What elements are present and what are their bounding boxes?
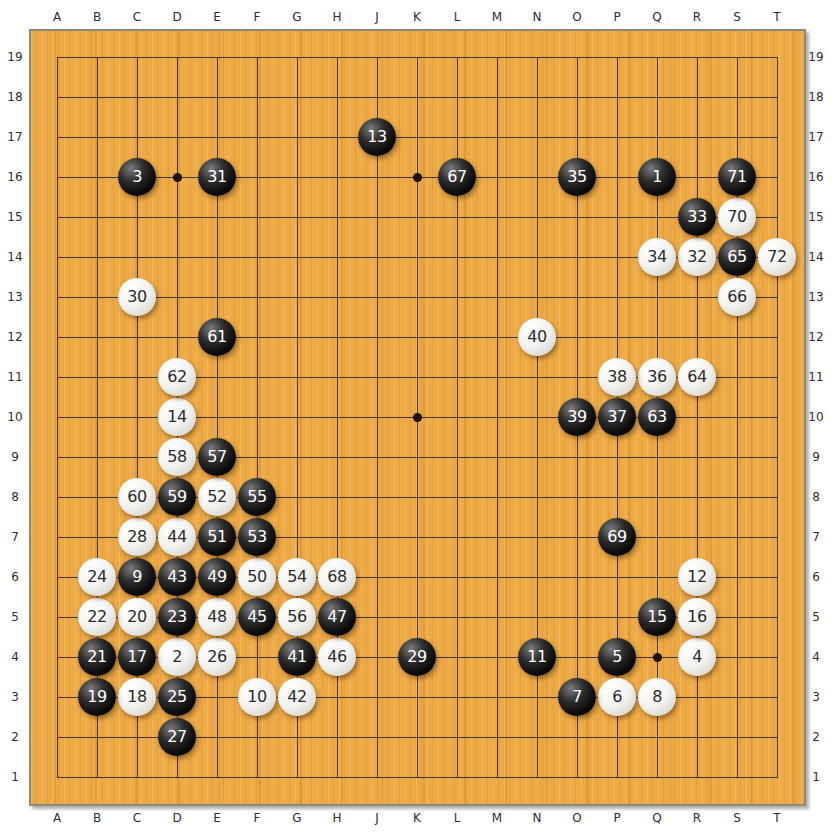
stone-black-B3: 19 — [78, 678, 116, 716]
stone-number: 17 — [127, 649, 146, 665]
coord-label-left-19: 19 — [1, 49, 29, 65]
stone-black-P7: 69 — [598, 518, 636, 556]
coord-label-right-15: 15 — [802, 209, 830, 225]
stone-black-E9: 57 — [198, 438, 236, 476]
stone-number: 61 — [207, 329, 226, 345]
coord-label-bottom-S: S — [725, 810, 749, 826]
stone-number: 13 — [367, 129, 386, 145]
stone-number: 16 — [687, 609, 706, 625]
stone-black-L16: 67 — [438, 158, 476, 196]
coord-label-bottom-G: G — [285, 810, 309, 826]
coord-label-bottom-O: O — [565, 810, 589, 826]
stone-white-F6: 50 — [238, 558, 276, 596]
stone-number: 51 — [207, 529, 226, 545]
stone-number: 68 — [327, 569, 346, 585]
stone-number: 6 — [612, 689, 622, 705]
coord-label-bottom-F: F — [245, 810, 269, 826]
coord-label-left-4: 4 — [1, 649, 29, 665]
coord-label-right-19: 19 — [802, 49, 830, 65]
stone-white-B6: 24 — [78, 558, 116, 596]
stone-number: 31 — [207, 169, 226, 185]
stone-number: 67 — [447, 169, 466, 185]
coord-label-top-L: L — [445, 9, 469, 25]
stone-number: 9 — [132, 569, 142, 585]
stone-number: 55 — [247, 489, 266, 505]
coord-label-top-F: F — [245, 9, 269, 25]
coord-label-left-1: 1 — [1, 769, 29, 785]
stone-white-C3: 18 — [118, 678, 156, 716]
coord-label-top-B: B — [85, 9, 109, 25]
stone-number: 63 — [647, 409, 666, 425]
page: 1234567891011121314151617181920212223242… — [0, 0, 835, 835]
coord-label-bottom-E: E — [205, 810, 229, 826]
stone-white-R11: 64 — [678, 358, 716, 396]
coord-label-top-E: E — [205, 9, 229, 25]
stone-number: 46 — [327, 649, 346, 665]
coord-label-top-D: D — [165, 9, 189, 25]
stone-number: 60 — [127, 489, 146, 505]
stone-number: 49 — [207, 569, 226, 585]
stone-number: 32 — [687, 249, 706, 265]
coord-label-left-13: 13 — [1, 289, 29, 305]
coord-label-top-J: J — [365, 9, 389, 25]
stone-number: 36 — [647, 369, 666, 385]
stone-white-H6: 68 — [318, 558, 356, 596]
stone-number: 62 — [167, 369, 186, 385]
stone-black-F7: 53 — [238, 518, 276, 556]
coord-label-left-9: 9 — [1, 449, 29, 465]
stone-black-F5: 45 — [238, 598, 276, 636]
stone-black-N4: 11 — [518, 638, 556, 676]
coord-label-top-A: A — [45, 9, 69, 25]
stone-black-K4: 29 — [398, 638, 436, 676]
stone-number: 10 — [247, 689, 266, 705]
stone-white-F3: 10 — [238, 678, 276, 716]
coord-label-top-N: N — [525, 9, 549, 25]
stone-white-G5: 56 — [278, 598, 316, 636]
coord-label-bottom-H: H — [325, 810, 349, 826]
stone-black-D6: 43 — [158, 558, 196, 596]
stone-white-D4: 2 — [158, 638, 196, 676]
stone-number: 34 — [647, 249, 666, 265]
stone-white-S15: 70 — [718, 198, 756, 236]
stone-number: 21 — [87, 649, 106, 665]
stone-number: 7 — [572, 689, 582, 705]
coord-label-top-T: T — [765, 9, 789, 25]
stone-black-B4: 21 — [78, 638, 116, 676]
coord-label-right-11: 11 — [802, 369, 830, 385]
coord-label-left-5: 5 — [1, 609, 29, 625]
stone-number: 28 — [127, 529, 146, 545]
coord-label-top-K: K — [405, 9, 429, 25]
stone-black-H5: 47 — [318, 598, 356, 636]
coord-label-right-1: 1 — [802, 769, 830, 785]
stone-black-D8: 59 — [158, 478, 196, 516]
stone-number: 20 — [127, 609, 146, 625]
coord-label-left-16: 16 — [1, 169, 29, 185]
coord-label-right-2: 2 — [802, 729, 830, 745]
coord-label-bottom-Q: Q — [645, 810, 669, 826]
stone-black-Q16: 1 — [638, 158, 676, 196]
stone-white-G6: 54 — [278, 558, 316, 596]
stone-white-C13: 30 — [118, 278, 156, 316]
stone-white-C5: 20 — [118, 598, 156, 636]
stone-number: 29 — [407, 649, 426, 665]
stone-number: 50 — [247, 569, 266, 585]
stone-number: 15 — [647, 609, 666, 625]
stone-number: 1 — [652, 169, 662, 185]
coord-label-top-S: S — [725, 9, 749, 25]
coord-label-left-7: 7 — [1, 529, 29, 545]
stone-number: 65 — [727, 249, 746, 265]
coord-label-bottom-D: D — [165, 810, 189, 826]
coord-label-right-16: 16 — [802, 169, 830, 185]
coord-label-bottom-C: C — [125, 810, 149, 826]
coord-label-right-3: 3 — [802, 689, 830, 705]
stone-number: 38 — [607, 369, 626, 385]
coord-label-bottom-T: T — [765, 810, 789, 826]
stone-black-Q10: 63 — [638, 398, 676, 436]
stone-white-S13: 66 — [718, 278, 756, 316]
stone-number: 58 — [167, 449, 186, 465]
stone-number: 56 — [287, 609, 306, 625]
coord-label-top-C: C — [125, 9, 149, 25]
stone-number: 2 — [172, 649, 182, 665]
stone-number: 14 — [167, 409, 186, 425]
stone-white-E5: 48 — [198, 598, 236, 636]
stone-number: 41 — [287, 649, 306, 665]
coord-label-left-2: 2 — [1, 729, 29, 745]
stone-black-J17: 13 — [358, 118, 396, 156]
stone-black-E12: 61 — [198, 318, 236, 356]
stone-white-H4: 46 — [318, 638, 356, 676]
coord-label-left-11: 11 — [1, 369, 29, 385]
coord-label-left-17: 17 — [1, 129, 29, 145]
stone-number: 23 — [167, 609, 186, 625]
stone-black-C6: 9 — [118, 558, 156, 596]
coord-label-left-18: 18 — [1, 89, 29, 105]
stone-number: 66 — [727, 289, 746, 305]
coord-label-right-12: 12 — [802, 329, 830, 345]
coord-label-right-4: 4 — [802, 649, 830, 665]
stone-number: 70 — [727, 209, 746, 225]
coord-label-bottom-N: N — [525, 810, 549, 826]
coord-label-bottom-P: P — [605, 810, 629, 826]
coord-label-right-8: 8 — [802, 489, 830, 505]
coord-label-bottom-L: L — [445, 810, 469, 826]
stone-black-S16: 71 — [718, 158, 756, 196]
stone-black-S14: 65 — [718, 238, 756, 276]
stone-number: 47 — [327, 609, 346, 625]
stone-number: 35 — [567, 169, 586, 185]
stone-number: 71 — [727, 169, 746, 185]
go-board: 1234567891011121314151617181920212223242… — [29, 29, 806, 806]
stone-number: 69 — [607, 529, 626, 545]
stone-black-D3: 25 — [158, 678, 196, 716]
coord-label-right-5: 5 — [802, 609, 830, 625]
stone-number: 18 — [127, 689, 146, 705]
stone-black-E7: 51 — [198, 518, 236, 556]
stone-number: 54 — [287, 569, 306, 585]
coord-label-bottom-A: A — [45, 810, 69, 826]
stone-black-E6: 49 — [198, 558, 236, 596]
coord-label-bottom-B: B — [85, 810, 109, 826]
stone-white-R14: 32 — [678, 238, 716, 276]
stone-white-D11: 62 — [158, 358, 196, 396]
stone-white-B5: 22 — [78, 598, 116, 636]
stone-white-D9: 58 — [158, 438, 196, 476]
coord-label-bottom-M: M — [485, 810, 509, 826]
stone-black-Q5: 15 — [638, 598, 676, 636]
stone-number: 52 — [207, 489, 226, 505]
stone-white-T14: 72 — [758, 238, 796, 276]
stone-black-D2: 27 — [158, 718, 196, 756]
stone-white-P11: 38 — [598, 358, 636, 396]
coord-label-left-15: 15 — [1, 209, 29, 225]
stone-black-O10: 39 — [558, 398, 596, 436]
coord-label-left-10: 10 — [1, 409, 29, 425]
coord-label-top-M: M — [485, 9, 509, 25]
coord-label-right-7: 7 — [802, 529, 830, 545]
stone-number: 72 — [767, 249, 786, 265]
stone-white-R5: 16 — [678, 598, 716, 636]
stone-white-E4: 26 — [198, 638, 236, 676]
stone-black-P10: 37 — [598, 398, 636, 436]
stone-number: 27 — [167, 729, 186, 745]
stone-number: 39 — [567, 409, 586, 425]
stone-number: 33 — [687, 209, 706, 225]
stone-number: 45 — [247, 609, 266, 625]
coord-label-right-9: 9 — [802, 449, 830, 465]
stone-number: 48 — [207, 609, 226, 625]
coord-label-right-14: 14 — [802, 249, 830, 265]
stone-white-E8: 52 — [198, 478, 236, 516]
coord-label-right-10: 10 — [802, 409, 830, 425]
stone-white-Q3: 8 — [638, 678, 676, 716]
coord-label-top-G: G — [285, 9, 309, 25]
stone-number: 8 — [652, 689, 662, 705]
stone-black-D5: 23 — [158, 598, 196, 636]
stone-white-R6: 12 — [678, 558, 716, 596]
stone-black-C4: 17 — [118, 638, 156, 676]
coord-label-bottom-K: K — [405, 810, 429, 826]
stone-number: 57 — [207, 449, 226, 465]
coord-label-top-P: P — [605, 9, 629, 25]
stone-number: 43 — [167, 569, 186, 585]
coord-label-left-6: 6 — [1, 569, 29, 585]
stone-number: 42 — [287, 689, 306, 705]
stone-number: 30 — [127, 289, 146, 305]
stone-black-O16: 35 — [558, 158, 596, 196]
stone-white-R4: 4 — [678, 638, 716, 676]
stone-white-C8: 60 — [118, 478, 156, 516]
coord-label-bottom-J: J — [365, 810, 389, 826]
coord-label-right-6: 6 — [802, 569, 830, 585]
stone-number: 4 — [692, 649, 702, 665]
coord-label-left-14: 14 — [1, 249, 29, 265]
coord-label-top-R: R — [685, 9, 709, 25]
stone-white-P3: 6 — [598, 678, 636, 716]
stone-white-C7: 28 — [118, 518, 156, 556]
stone-number: 3 — [132, 169, 142, 185]
stones-grid: 1234567891011121314151617181920212223242… — [37, 37, 797, 797]
stone-black-C16: 3 — [118, 158, 156, 196]
stone-number: 12 — [687, 569, 706, 585]
stone-black-R15: 33 — [678, 198, 716, 236]
stone-number: 22 — [87, 609, 106, 625]
stone-black-F8: 55 — [238, 478, 276, 516]
coord-label-bottom-R: R — [685, 810, 709, 826]
coord-label-right-13: 13 — [802, 289, 830, 305]
stone-number: 25 — [167, 689, 186, 705]
coord-label-right-17: 17 — [802, 129, 830, 145]
stone-number: 37 — [607, 409, 626, 425]
coord-label-left-12: 12 — [1, 329, 29, 345]
stone-white-Q11: 36 — [638, 358, 676, 396]
stone-white-D10: 14 — [158, 398, 196, 436]
stone-black-E16: 31 — [198, 158, 236, 196]
stone-white-Q14: 34 — [638, 238, 676, 276]
stone-number: 5 — [612, 649, 622, 665]
stone-number: 40 — [527, 329, 546, 345]
stone-number: 59 — [167, 489, 186, 505]
stone-black-P4: 5 — [598, 638, 636, 676]
coord-label-top-O: O — [565, 9, 589, 25]
stone-white-N12: 40 — [518, 318, 556, 356]
stone-number: 26 — [207, 649, 226, 665]
coord-label-right-18: 18 — [802, 89, 830, 105]
stone-white-G3: 42 — [278, 678, 316, 716]
stone-number: 11 — [527, 649, 546, 665]
stone-number: 24 — [87, 569, 106, 585]
stone-number: 19 — [87, 689, 106, 705]
coord-label-left-8: 8 — [1, 489, 29, 505]
coord-label-top-H: H — [325, 9, 349, 25]
coord-label-top-Q: Q — [645, 9, 669, 25]
stone-black-G4: 41 — [278, 638, 316, 676]
stone-number: 64 — [687, 369, 706, 385]
stone-number: 44 — [167, 529, 186, 545]
stone-white-D7: 44 — [158, 518, 196, 556]
stone-number: 53 — [247, 529, 266, 545]
coord-label-left-3: 3 — [1, 689, 29, 705]
stone-black-O3: 7 — [558, 678, 596, 716]
